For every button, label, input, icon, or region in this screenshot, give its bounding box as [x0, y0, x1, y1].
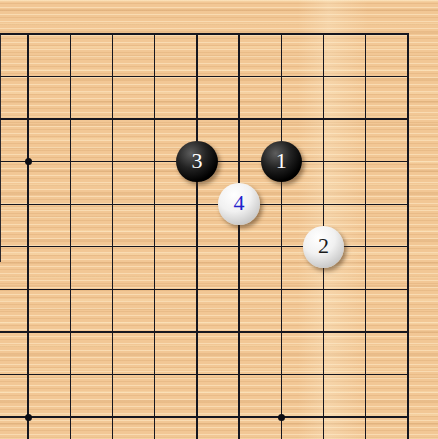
- grid-hline: [0, 204, 409, 205]
- grid-vline: [154, 33, 155, 439]
- go-board[interactable]: 1234: [0, 0, 438, 439]
- grid-hline: [0, 118, 409, 119]
- grid-hline: [0, 76, 409, 77]
- star-point: [25, 158, 32, 165]
- grid-hline: [0, 246, 409, 247]
- grid-hline: [0, 374, 409, 375]
- grid-hline: [0, 331, 409, 332]
- move-number: 2: [318, 235, 329, 257]
- grid-vline: [70, 33, 71, 439]
- grid-hline: [0, 289, 409, 290]
- grid-hline: [0, 33, 409, 34]
- left-edge-line: [0, 34, 1, 262]
- star-point: [25, 414, 32, 421]
- move-number-last: 4: [234, 192, 245, 214]
- move-number: 3: [191, 150, 202, 172]
- grid-vline: [281, 33, 282, 439]
- move-number: 1: [276, 150, 287, 172]
- grid-hline: [0, 416, 409, 417]
- grid-vline: [365, 33, 366, 439]
- grid-vline: [407, 33, 408, 439]
- grid-vline: [112, 33, 113, 439]
- stone-black-Q16[interactable]: 1: [261, 141, 303, 183]
- grid-vline: [238, 33, 239, 439]
- grid-vline: [27, 33, 28, 439]
- stone-white-P15[interactable]: 4: [218, 183, 260, 225]
- grid-vline: [196, 33, 197, 439]
- stone-black-O16[interactable]: 3: [176, 141, 218, 183]
- stone-white-R14[interactable]: 2: [303, 226, 345, 268]
- star-point: [278, 414, 285, 421]
